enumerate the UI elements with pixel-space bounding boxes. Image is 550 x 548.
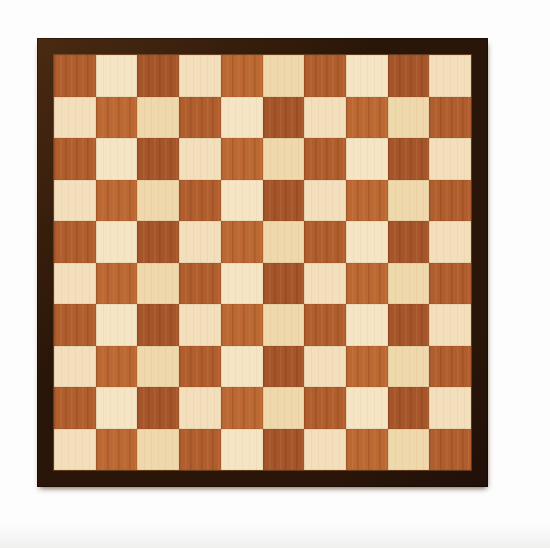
square-r1-c4[interactable] — [179, 55, 221, 97]
square-r7-c8[interactable] — [346, 304, 388, 346]
square-r9-c4[interactable] — [179, 387, 221, 429]
square-r3-c6[interactable] — [263, 138, 305, 180]
square-r8-c1[interactable] — [54, 346, 96, 388]
square-r2-c1[interactable] — [54, 97, 96, 139]
square-r6-c5[interactable] — [221, 263, 263, 305]
square-r4-c10[interactable] — [429, 180, 471, 222]
square-r2-c3[interactable] — [137, 97, 179, 139]
square-r5-c1[interactable] — [54, 221, 96, 263]
square-r9-c1[interactable] — [54, 387, 96, 429]
square-r4-c8[interactable] — [346, 180, 388, 222]
square-r6-c1[interactable] — [54, 263, 96, 305]
square-r5-c2[interactable] — [96, 221, 138, 263]
square-r8-c7[interactable] — [304, 346, 346, 388]
square-r2-c7[interactable] — [304, 97, 346, 139]
square-r5-c9[interactable] — [388, 221, 430, 263]
square-r7-c7[interactable] — [304, 304, 346, 346]
square-r10-c8[interactable] — [346, 429, 388, 471]
square-r6-c2[interactable] — [96, 263, 138, 305]
photo-background — [0, 0, 550, 548]
square-r5-c5[interactable] — [221, 221, 263, 263]
square-r6-c6[interactable] — [263, 263, 305, 305]
square-r10-c1[interactable] — [54, 429, 96, 471]
square-r10-c7[interactable] — [304, 429, 346, 471]
square-r3-c9[interactable] — [388, 138, 430, 180]
board-frame — [37, 38, 488, 487]
square-r4-c6[interactable] — [263, 180, 305, 222]
square-r7-c1[interactable] — [54, 304, 96, 346]
square-r1-c9[interactable] — [388, 55, 430, 97]
square-r2-c8[interactable] — [346, 97, 388, 139]
square-r4-c1[interactable] — [54, 180, 96, 222]
square-r5-c8[interactable] — [346, 221, 388, 263]
square-r7-c6[interactable] — [263, 304, 305, 346]
square-r8-c4[interactable] — [179, 346, 221, 388]
square-r6-c4[interactable] — [179, 263, 221, 305]
square-r5-c6[interactable] — [263, 221, 305, 263]
square-r6-c8[interactable] — [346, 263, 388, 305]
square-r7-c10[interactable] — [429, 304, 471, 346]
square-r2-c9[interactable] — [388, 97, 430, 139]
square-r9-c3[interactable] — [137, 387, 179, 429]
square-r3-c4[interactable] — [179, 138, 221, 180]
square-r2-c5[interactable] — [221, 97, 263, 139]
square-r2-c4[interactable] — [179, 97, 221, 139]
square-r7-c5[interactable] — [221, 304, 263, 346]
square-r4-c3[interactable] — [137, 180, 179, 222]
square-r8-c10[interactable] — [429, 346, 471, 388]
square-r5-c10[interactable] — [429, 221, 471, 263]
square-r2-c6[interactable] — [263, 97, 305, 139]
square-r10-c9[interactable] — [388, 429, 430, 471]
square-r8-c2[interactable] — [96, 346, 138, 388]
square-r1-c1[interactable] — [54, 55, 96, 97]
square-r5-c4[interactable] — [179, 221, 221, 263]
square-r10-c6[interactable] — [263, 429, 305, 471]
square-r4-c4[interactable] — [179, 180, 221, 222]
square-r8-c3[interactable] — [137, 346, 179, 388]
square-r4-c9[interactable] — [388, 180, 430, 222]
square-r6-c7[interactable] — [304, 263, 346, 305]
square-r9-c6[interactable] — [263, 387, 305, 429]
square-r1-c6[interactable] — [263, 55, 305, 97]
square-r1-c3[interactable] — [137, 55, 179, 97]
square-r10-c4[interactable] — [179, 429, 221, 471]
square-r9-c7[interactable] — [304, 387, 346, 429]
square-r10-c2[interactable] — [96, 429, 138, 471]
square-r1-c5[interactable] — [221, 55, 263, 97]
square-r8-c6[interactable] — [263, 346, 305, 388]
square-r1-c7[interactable] — [304, 55, 346, 97]
square-r6-c3[interactable] — [137, 263, 179, 305]
square-r10-c3[interactable] — [137, 429, 179, 471]
square-r2-c2[interactable] — [96, 97, 138, 139]
square-r3-c1[interactable] — [54, 138, 96, 180]
square-r3-c10[interactable] — [429, 138, 471, 180]
square-r10-c5[interactable] — [221, 429, 263, 471]
square-r9-c10[interactable] — [429, 387, 471, 429]
square-r1-c8[interactable] — [346, 55, 388, 97]
square-r3-c2[interactable] — [96, 138, 138, 180]
square-r7-c3[interactable] — [137, 304, 179, 346]
square-r8-c5[interactable] — [221, 346, 263, 388]
square-r5-c7[interactable] — [304, 221, 346, 263]
square-r10-c10[interactable] — [429, 429, 471, 471]
square-r6-c10[interactable] — [429, 263, 471, 305]
square-r9-c9[interactable] — [388, 387, 430, 429]
square-r9-c2[interactable] — [96, 387, 138, 429]
square-r4-c2[interactable] — [96, 180, 138, 222]
square-r7-c9[interactable] — [388, 304, 430, 346]
draughts-board — [54, 55, 471, 470]
square-r6-c9[interactable] — [388, 263, 430, 305]
square-r3-c5[interactable] — [221, 138, 263, 180]
square-r3-c7[interactable] — [304, 138, 346, 180]
square-r3-c8[interactable] — [346, 138, 388, 180]
square-r4-c5[interactable] — [221, 180, 263, 222]
square-r3-c3[interactable] — [137, 138, 179, 180]
square-r8-c9[interactable] — [388, 346, 430, 388]
square-r4-c7[interactable] — [304, 180, 346, 222]
square-r1-c10[interactable] — [429, 55, 471, 97]
square-r9-c5[interactable] — [221, 387, 263, 429]
square-r8-c8[interactable] — [346, 346, 388, 388]
square-r1-c2[interactable] — [96, 55, 138, 97]
square-r9-c8[interactable] — [346, 387, 388, 429]
square-r2-c10[interactable] — [429, 97, 471, 139]
square-r7-c2[interactable] — [96, 304, 138, 346]
square-r7-c4[interactable] — [179, 304, 221, 346]
square-r5-c3[interactable] — [137, 221, 179, 263]
